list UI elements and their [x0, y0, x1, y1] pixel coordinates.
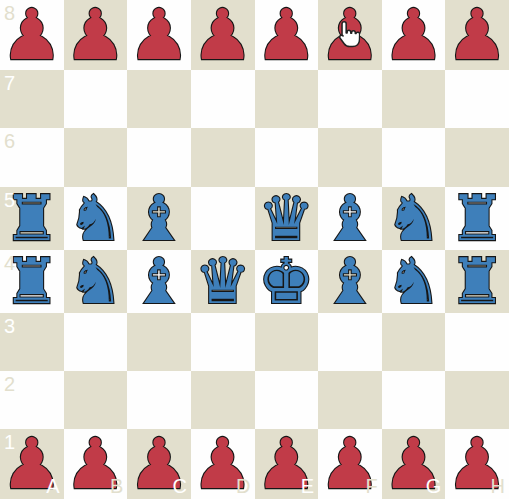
chess-board: 8♟♟♟♟♟♟♟♟765♜♞♝♛♝♞♜4♜♞♝♛♚♝♞♜321A♟B♟C♟D♟E… [0, 0, 509, 499]
square-c7[interactable] [127, 70, 191, 128]
square-g6[interactable] [382, 128, 446, 186]
file-label-h: H [491, 476, 505, 496]
square-c4[interactable]: ♝ [127, 250, 191, 313]
square-b4[interactable]: ♞ [64, 250, 128, 313]
piece-red-pawn[interactable]: ♟ [255, 0, 318, 70]
rank-label-8: 8 [4, 3, 15, 23]
square-e4[interactable]: ♚ [255, 250, 319, 313]
square-a6[interactable]: 6 [0, 128, 64, 186]
square-h2[interactable] [445, 371, 509, 429]
square-a3[interactable]: 3 [0, 313, 64, 371]
square-f2[interactable] [318, 371, 382, 429]
square-a7[interactable]: 7 [0, 70, 64, 128]
square-b7[interactable] [64, 70, 128, 128]
piece-blue-bishop[interactable]: ♝ [131, 250, 187, 313]
square-h7[interactable] [445, 70, 509, 128]
rank-label-2: 2 [4, 374, 15, 394]
square-h5[interactable]: ♜ [445, 187, 509, 250]
square-f7[interactable] [318, 70, 382, 128]
piece-blue-rook[interactable]: ♜ [449, 250, 505, 313]
file-label-d: D [236, 476, 250, 496]
square-d7[interactable] [191, 70, 255, 128]
square-b3[interactable] [64, 313, 128, 371]
square-e2[interactable] [255, 371, 319, 429]
square-a2[interactable]: 2 [0, 371, 64, 429]
square-e8[interactable]: ♟ [255, 0, 319, 70]
square-a1[interactable]: 1A♟ [0, 429, 64, 499]
piece-blue-knight[interactable]: ♞ [385, 250, 441, 313]
piece-blue-knight[interactable]: ♞ [67, 187, 123, 250]
square-d1[interactable]: D♟ [191, 429, 255, 499]
square-a4[interactable]: 4♜ [0, 250, 64, 313]
square-a8[interactable]: 8♟ [0, 0, 64, 70]
square-g4[interactable]: ♞ [382, 250, 446, 313]
square-g2[interactable] [382, 371, 446, 429]
piece-blue-bishop[interactable]: ♝ [131, 187, 187, 250]
piece-red-pawn[interactable]: ♟ [191, 0, 254, 70]
square-f4[interactable]: ♝ [318, 250, 382, 313]
square-f8[interactable]: ♟ [318, 0, 382, 70]
piece-blue-bishop[interactable]: ♝ [322, 250, 378, 313]
piece-blue-knight[interactable]: ♞ [385, 187, 441, 250]
square-a5[interactable]: 5♜ [0, 187, 64, 250]
rank-label-4: 4 [4, 253, 15, 273]
square-c2[interactable] [127, 371, 191, 429]
square-c6[interactable] [127, 128, 191, 186]
square-e5[interactable]: ♛ [255, 187, 319, 250]
square-b5[interactable]: ♞ [64, 187, 128, 250]
chess-app: 8♟♟♟♟♟♟♟♟765♜♞♝♛♝♞♜4♜♞♝♛♚♝♞♜321A♟B♟C♟D♟E… [0, 0, 509, 499]
square-e3[interactable] [255, 313, 319, 371]
piece-blue-queen[interactable]: ♛ [258, 187, 314, 250]
square-f6[interactable] [318, 128, 382, 186]
file-label-e: E [301, 476, 314, 496]
square-d2[interactable] [191, 371, 255, 429]
square-d8[interactable]: ♟ [191, 0, 255, 70]
square-b1[interactable]: B♟ [64, 429, 128, 499]
rank-label-6: 6 [4, 131, 15, 151]
square-d5[interactable] [191, 187, 255, 250]
square-d4[interactable]: ♛ [191, 250, 255, 313]
square-e1[interactable]: E♟ [255, 429, 319, 499]
square-h3[interactable] [445, 313, 509, 371]
file-label-b: B [110, 476, 123, 496]
piece-blue-queen[interactable]: ♛ [194, 250, 250, 313]
piece-red-pawn[interactable]: ♟ [319, 0, 382, 70]
piece-blue-king[interactable]: ♚ [258, 250, 314, 313]
square-b8[interactable]: ♟ [64, 0, 128, 70]
rank-label-7: 7 [4, 73, 15, 93]
square-g1[interactable]: G♟ [382, 429, 446, 499]
square-f5[interactable]: ♝ [318, 187, 382, 250]
square-c8[interactable]: ♟ [127, 0, 191, 70]
square-d3[interactable] [191, 313, 255, 371]
piece-red-pawn[interactable]: ♟ [446, 0, 509, 70]
square-h1[interactable]: H♟ [445, 429, 509, 499]
square-h8[interactable]: ♟ [445, 0, 509, 70]
file-label-a: A [46, 476, 59, 496]
square-f3[interactable] [318, 313, 382, 371]
square-b2[interactable] [64, 371, 128, 429]
square-h4[interactable]: ♜ [445, 250, 509, 313]
square-g8[interactable]: ♟ [382, 0, 446, 70]
rank-label-1: 1 [4, 432, 15, 452]
piece-blue-knight[interactable]: ♞ [67, 250, 123, 313]
file-label-g: G [426, 476, 442, 496]
square-g7[interactable] [382, 70, 446, 128]
rank-label-5: 5 [4, 190, 15, 210]
piece-red-pawn[interactable]: ♟ [128, 0, 191, 70]
piece-red-pawn[interactable]: ♟ [64, 0, 127, 70]
square-h6[interactable] [445, 128, 509, 186]
square-c3[interactable] [127, 313, 191, 371]
square-f1[interactable]: F♟ [318, 429, 382, 499]
square-g5[interactable]: ♞ [382, 187, 446, 250]
piece-red-pawn[interactable]: ♟ [382, 0, 445, 70]
square-b6[interactable] [64, 128, 128, 186]
square-d6[interactable] [191, 128, 255, 186]
square-c5[interactable]: ♝ [127, 187, 191, 250]
square-c1[interactable]: C♟ [127, 429, 191, 499]
file-label-f: F [366, 476, 378, 496]
rank-label-3: 3 [4, 316, 15, 336]
square-g3[interactable] [382, 313, 446, 371]
file-label-c: C [172, 476, 186, 496]
piece-blue-rook[interactable]: ♜ [449, 187, 505, 250]
square-e7[interactable] [255, 70, 319, 128]
piece-blue-bishop[interactable]: ♝ [322, 187, 378, 250]
square-e6[interactable] [255, 128, 319, 186]
